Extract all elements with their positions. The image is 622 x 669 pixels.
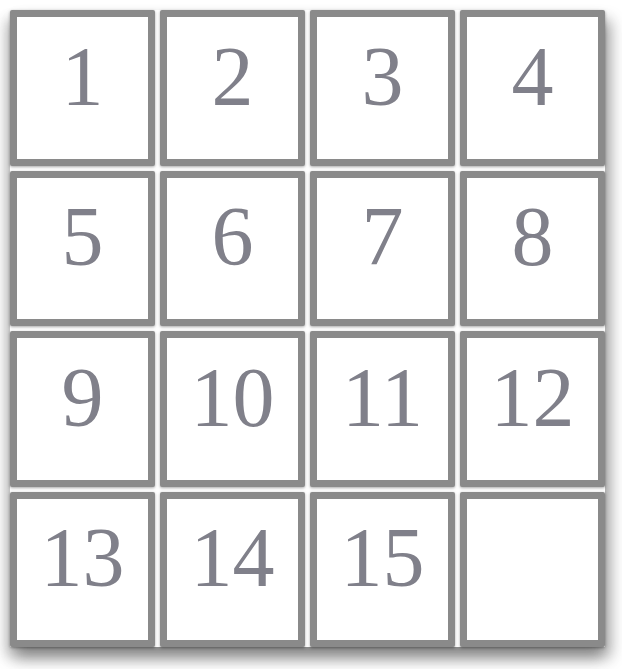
tile-number: 2 [212, 35, 254, 119]
tile-14[interactable]: 14 [160, 492, 305, 648]
tile-number: 12 [491, 356, 575, 440]
tile-number: 8 [512, 195, 554, 279]
tile-12[interactable]: 12 [460, 331, 605, 487]
fifteen-puzzle-board: 123456789101112131415 [10, 10, 605, 647]
tile-9[interactable]: 9 [10, 331, 155, 487]
tile-number: 3 [362, 35, 404, 119]
tile-number: 4 [512, 35, 554, 119]
tile-number: 11 [342, 356, 423, 440]
tile-15[interactable]: 15 [310, 492, 455, 648]
tile-13[interactable]: 13 [10, 492, 155, 648]
tile-number: 9 [62, 356, 104, 440]
tile-6[interactable]: 6 [160, 171, 305, 327]
tile-number: 14 [191, 516, 275, 600]
tile-number: 7 [362, 195, 404, 279]
tile-7[interactable]: 7 [310, 171, 455, 327]
tile-number: 10 [191, 356, 275, 440]
tile-number: 1 [62, 35, 104, 119]
tile-3[interactable]: 3 [310, 10, 455, 166]
tile-number: 15 [341, 516, 425, 600]
tile-1[interactable]: 1 [10, 10, 155, 166]
tile-number: 13 [41, 516, 125, 600]
tile-10[interactable]: 10 [160, 331, 305, 487]
empty-cell [460, 492, 605, 648]
tile-11[interactable]: 11 [310, 331, 455, 487]
tile-5[interactable]: 5 [10, 171, 155, 327]
tile-2[interactable]: 2 [160, 10, 305, 166]
tile-number: 6 [212, 195, 254, 279]
tile-number: 5 [62, 195, 104, 279]
puzzle-stage: 123456789101112131415 [0, 0, 622, 669]
tile-4[interactable]: 4 [460, 10, 605, 166]
tile-8[interactable]: 8 [460, 171, 605, 327]
